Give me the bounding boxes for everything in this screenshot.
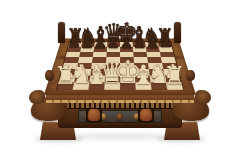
square-h1 — [166, 82, 183, 89]
square-g1 — [151, 82, 168, 89]
square-e2 — [120, 76, 135, 83]
corner-finial-far-left — [58, 22, 65, 43]
square-c2 — [89, 76, 105, 83]
corner-finial-far-right — [174, 22, 181, 43]
bust-carving — [117, 113, 122, 121]
board-3d-wrap — [44, 38, 196, 95]
dentil-molding — [54, 102, 186, 109]
square-d1 — [104, 82, 120, 89]
corner-knob-near-left — [45, 70, 54, 81]
corner-knob-near-right — [186, 70, 195, 81]
square-d2 — [105, 76, 120, 83]
square-g2 — [150, 76, 166, 83]
square-a1 — [57, 82, 74, 89]
pedestal-base — [58, 108, 182, 128]
square-a2 — [59, 76, 76, 83]
frame-trim — [46, 100, 194, 103]
square-b2 — [74, 76, 90, 83]
board-frame — [44, 38, 196, 95]
square-f2 — [135, 76, 151, 83]
square-e1 — [120, 82, 136, 89]
gargoyle-head-left-icon — [29, 90, 45, 104]
square-c1 — [88, 82, 104, 89]
gargoyle-head-right-icon — [195, 90, 211, 104]
chess-set-photo: ♜♞♝♛♚♝♞♜♟♟♟♟♟♟♟♟♟♟♟♟♟♟♟♟♜♞♝♛♚♝♞♜ — [0, 0, 240, 150]
board-grid — [56, 41, 185, 90]
square-f1 — [135, 82, 151, 89]
square-b1 — [73, 82, 90, 89]
carved-figure-right — [140, 108, 152, 121]
square-h2 — [165, 76, 182, 83]
carved-figure-left — [88, 108, 100, 121]
